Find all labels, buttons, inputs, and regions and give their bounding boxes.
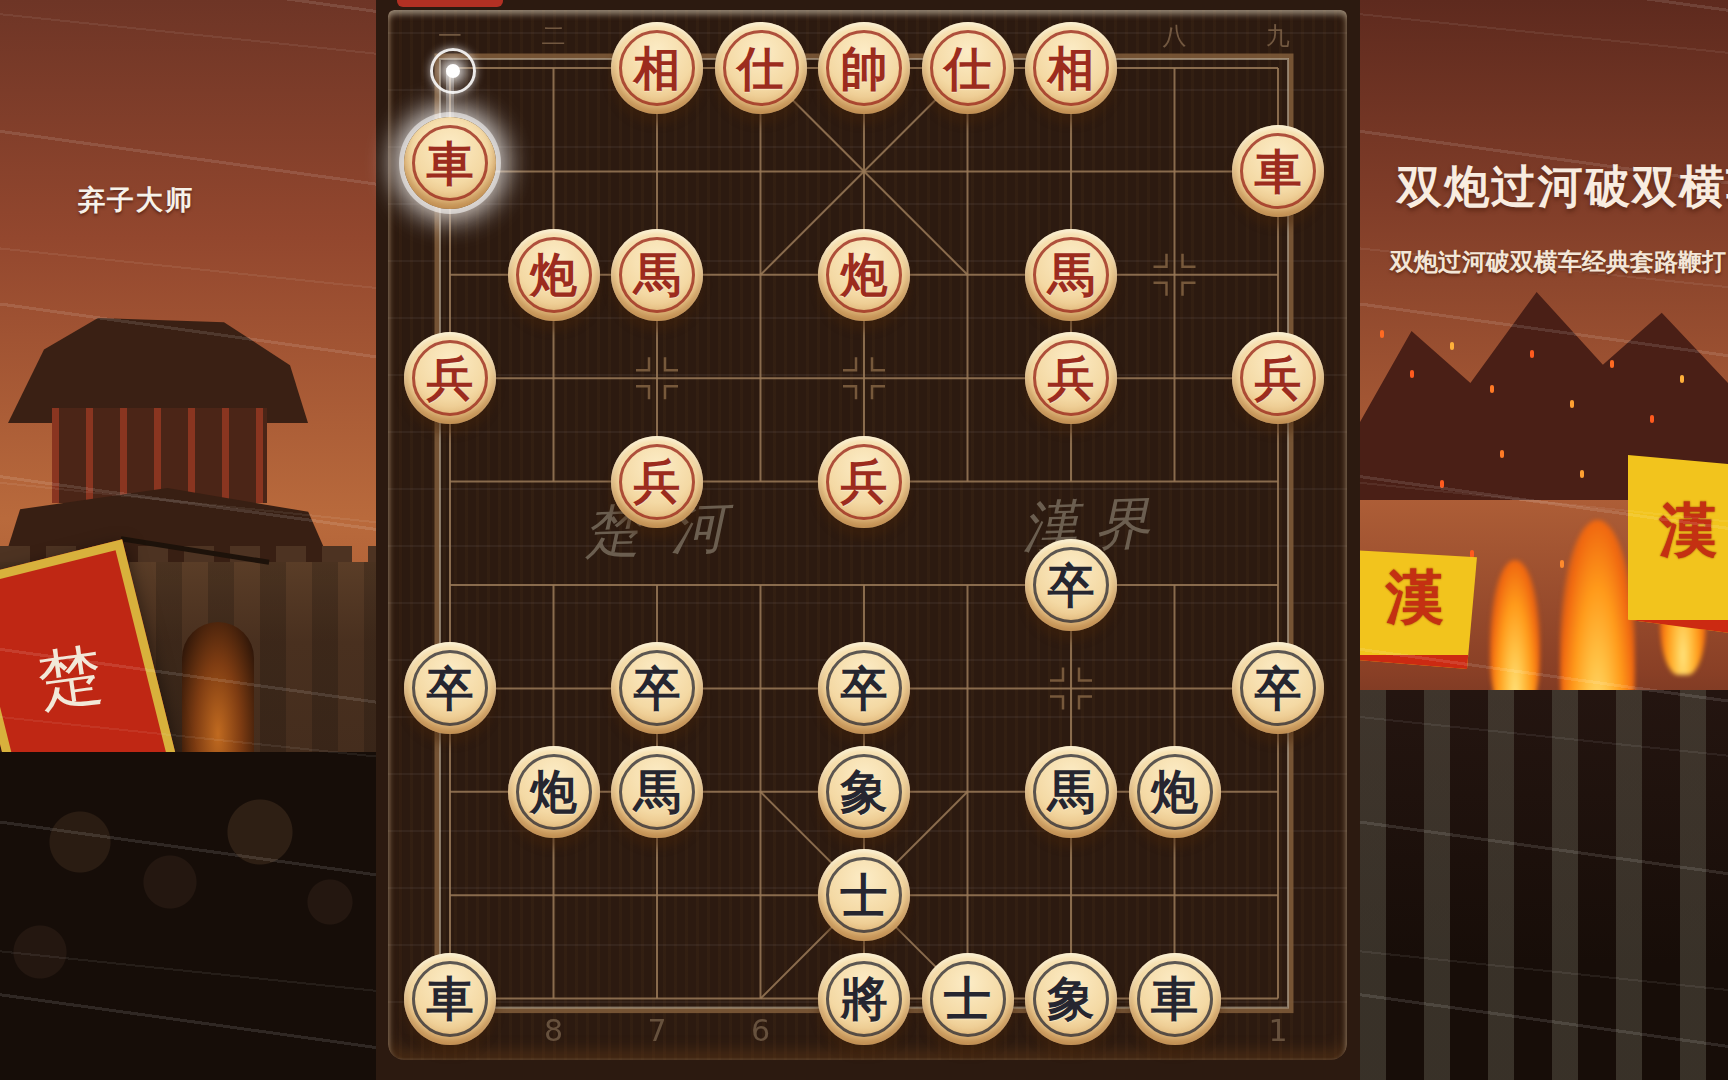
red-piece-兵[interactable]: 兵 [1025,332,1117,424]
black-piece-卒[interactable]: 卒 [818,642,910,734]
black-piece-卒[interactable]: 卒 [404,642,496,734]
selected-red-piece-車[interactable]: 車 [404,117,496,209]
black-piece-馬[interactable]: 馬 [611,746,703,838]
red-piece-帥[interactable]: 帥 [818,22,910,114]
fire-embers [1380,330,1384,338]
red-piece-兵[interactable]: 兵 [404,332,496,424]
red-piece-相[interactable]: 相 [1025,22,1117,114]
page-title: 双炮过河破双横车 [1397,157,1728,217]
black-piece-馬[interactable]: 馬 [1025,746,1117,838]
red-piece-仕[interactable]: 仕 [922,22,1014,114]
red-piece-兵[interactable]: 兵 [1232,332,1324,424]
city-gate-arch [182,622,254,762]
file-label-top: 八 [1163,20,1187,52]
black-piece-車[interactable]: 車 [1129,953,1221,1045]
black-piece-卒[interactable]: 卒 [1232,642,1324,734]
game-screen: 楚 漢 漢 楚河 漢界 一二三四五六七八九987654321 相仕帥仕相車車炮馬… [0,0,1728,1080]
black-piece-士[interactable]: 士 [818,849,910,941]
han-flag-character: 漢 [1659,492,1717,570]
xiangqi-board[interactable]: 楚河 漢界 一二三四五六七八九987654321 相仕帥仕相車車炮馬炮馬兵兵兵兵… [388,10,1347,1060]
black-piece-炮[interactable]: 炮 [508,746,600,838]
red-piece-仕[interactable]: 仕 [715,22,807,114]
han-flag: 漢 [1360,550,1477,669]
file-label-top: 二 [542,20,566,52]
han-flag: 漢 [1628,455,1728,634]
red-piece-馬[interactable]: 馬 [611,229,703,321]
black-piece-卒[interactable]: 卒 [1025,539,1117,631]
black-piece-將[interactable]: 將 [818,953,910,1045]
last-move-origin-marker [430,48,476,94]
chu-flag-character: 楚 [32,630,107,725]
file-label-bottom: 1 [1268,1013,1287,1048]
army-banners-silhouette [1360,690,1728,1080]
file-label-bottom: 7 [647,1013,666,1048]
black-piece-車[interactable]: 車 [404,953,496,1045]
page-subtitle: 双炮过河破双横车经典套路鞭打 [1390,246,1726,278]
red-piece-兵[interactable]: 兵 [611,436,703,528]
background-left-scene: 楚 [0,0,376,1080]
gate-tower-body [52,408,267,503]
file-label-bottom: 8 [544,1013,563,1048]
red-piece-馬[interactable]: 馬 [1025,229,1117,321]
black-piece-象[interactable]: 象 [818,746,910,838]
han-flag-character: 漢 [1386,559,1444,637]
top-menu-button[interactable] [397,0,503,7]
red-piece-炮[interactable]: 炮 [818,229,910,321]
black-piece-象[interactable]: 象 [1025,953,1117,1045]
red-piece-車[interactable]: 車 [1232,125,1324,217]
black-piece-卒[interactable]: 卒 [611,642,703,734]
shield-wall-silhouette [0,752,376,1080]
black-piece-炮[interactable]: 炮 [1129,746,1221,838]
player-name-label: 弃子大师 [78,182,194,218]
red-piece-相[interactable]: 相 [611,22,703,114]
black-piece-士[interactable]: 士 [922,953,1014,1045]
red-piece-兵[interactable]: 兵 [818,436,910,528]
file-label-top: 九 [1266,20,1290,52]
file-label-bottom: 6 [751,1013,770,1048]
red-piece-炮[interactable]: 炮 [508,229,600,321]
board-backing-panel: 楚河 漢界 一二三四五六七八九987654321 相仕帥仕相車車炮馬炮馬兵兵兵兵… [376,0,1360,1080]
